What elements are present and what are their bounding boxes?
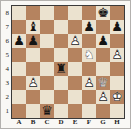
file-label-d: D: [54, 118, 68, 128]
white-piece-outline: ♙: [96, 90, 110, 104]
black-piece-glyph: ♟: [82, 20, 96, 34]
file-label-h: H: [110, 118, 124, 128]
square-d2[interactable]: [54, 90, 68, 104]
square-e2[interactable]: [68, 90, 82, 104]
piece-wP-f3[interactable]: ♟♙: [82, 76, 96, 90]
white-piece-outline: ♕: [96, 76, 110, 90]
white-piece-outline: ♘: [82, 48, 96, 62]
square-e6[interactable]: ♟♙: [68, 34, 82, 48]
square-d7[interactable]: [54, 20, 68, 34]
square-c3[interactable]: [40, 76, 54, 90]
piece-bR-d4[interactable]: ♜: [54, 62, 68, 76]
rank-label-1: 1: [1, 104, 9, 118]
square-d8[interactable]: [54, 6, 68, 20]
black-piece-glyph: ♚: [96, 6, 110, 20]
square-d1[interactable]: [54, 104, 68, 118]
file-labels: ABCDEFGH: [11, 118, 125, 128]
rank-label-5: 5: [1, 48, 9, 62]
rank-label-3: 3: [1, 76, 9, 90]
square-g5[interactable]: [96, 48, 110, 62]
square-f4[interactable]: [82, 62, 96, 76]
square-g6[interactable]: ♟: [96, 34, 110, 48]
square-e3[interactable]: [68, 76, 82, 90]
square-b5[interactable]: [26, 48, 40, 62]
square-h7[interactable]: ♟: [110, 20, 124, 34]
square-e7[interactable]: [68, 20, 82, 34]
square-a8[interactable]: [12, 6, 26, 20]
square-g1[interactable]: [96, 104, 110, 118]
file-label-e: E: [68, 118, 82, 128]
square-g8[interactable]: ♚: [96, 6, 110, 20]
square-b8[interactable]: [26, 6, 40, 20]
white-piece-outline: ♙: [68, 34, 82, 48]
chessboard: ♚♝♟♟♟♟♟♙♟♞♘♟♙♜♟♙♟♙♛♕♟♙♚♔♛: [11, 5, 125, 119]
square-e1[interactable]: [68, 104, 82, 118]
square-h3[interactable]: [110, 76, 124, 90]
file-label-c: C: [40, 118, 54, 128]
square-f5[interactable]: ♞♘: [82, 48, 96, 62]
piece-bP-g6[interactable]: ♟: [96, 34, 110, 48]
white-piece-outline: ♙: [110, 48, 124, 62]
square-e4[interactable]: [68, 62, 82, 76]
black-piece-glyph: ♛: [40, 104, 54, 118]
black-piece-glyph: ♟: [110, 20, 124, 34]
square-c5[interactable]: [40, 48, 54, 62]
square-e5[interactable]: [68, 48, 82, 62]
square-g2[interactable]: ♟♙: [96, 90, 110, 104]
black-piece-glyph: ♟: [26, 34, 40, 48]
rank-label-4: 4: [1, 62, 9, 76]
piece-wP-h5[interactable]: ♟♙: [110, 48, 124, 62]
square-f3[interactable]: ♟♙: [82, 76, 96, 90]
rank-label-6: 6: [1, 34, 9, 48]
square-g7[interactable]: [96, 20, 110, 34]
piece-bP-h7[interactable]: ♟: [110, 20, 124, 34]
piece-bB-b7[interactable]: ♝: [26, 20, 40, 34]
square-a2[interactable]: [12, 90, 26, 104]
piece-bQ-c1[interactable]: ♛: [40, 104, 54, 118]
square-h8[interactable]: [110, 6, 124, 20]
square-a4[interactable]: [12, 62, 26, 76]
square-b3[interactable]: ♟♙: [26, 76, 40, 90]
square-b2[interactable]: [26, 90, 40, 104]
black-piece-glyph: ♜: [54, 62, 68, 76]
rank-labels: 87654321: [1, 5, 10, 119]
black-piece-glyph: ♟: [12, 34, 26, 48]
square-h4[interactable]: [110, 62, 124, 76]
square-a7[interactable]: [12, 20, 26, 34]
file-label-a: A: [12, 118, 26, 128]
square-a5[interactable]: [12, 48, 26, 62]
black-piece-glyph: ♟: [96, 34, 110, 48]
square-c7[interactable]: [40, 20, 54, 34]
piece-wQ-g3[interactable]: ♛♕: [96, 76, 110, 90]
square-d5[interactable]: [54, 48, 68, 62]
square-f1[interactable]: [82, 104, 96, 118]
white-piece-outline: ♙: [82, 76, 96, 90]
piece-wP-g2[interactable]: ♟♙: [96, 90, 110, 104]
square-c8[interactable]: [40, 6, 54, 20]
square-e8[interactable]: [68, 6, 82, 20]
piece-wP-e6[interactable]: ♟♙: [68, 34, 82, 48]
piece-bP-a6[interactable]: ♟: [12, 34, 26, 48]
square-d4[interactable]: ♜: [54, 62, 68, 76]
file-label-b: B: [26, 118, 40, 128]
square-g3[interactable]: ♛♕: [96, 76, 110, 90]
square-h5[interactable]: ♟♙: [110, 48, 124, 62]
piece-bK-g8[interactable]: ♚: [96, 6, 110, 20]
file-label-f: F: [82, 118, 96, 128]
piece-wN-f5[interactable]: ♞♘: [82, 48, 96, 62]
piece-wK-h2[interactable]: ♚♔: [110, 90, 124, 104]
rank-label-2: 2: [1, 90, 9, 104]
square-d3[interactable]: [54, 76, 68, 90]
square-f8[interactable]: [82, 6, 96, 20]
square-a1[interactable]: [12, 104, 26, 118]
square-d6[interactable]: [54, 34, 68, 48]
chess-diagram: 87654321 ♚♝♟♟♟♟♟♙♟♞♘♟♙♜♟♙♟♙♛♕♟♙♚♔♛ ABCDE…: [0, 0, 131, 129]
square-c1[interactable]: ♛: [40, 104, 54, 118]
square-c6[interactable]: [40, 34, 54, 48]
square-f7[interactable]: ♟: [82, 20, 96, 34]
file-label-g: G: [96, 118, 110, 128]
black-piece-glyph: ♝: [26, 20, 40, 34]
square-f2[interactable]: [82, 90, 96, 104]
square-h6[interactable]: [110, 34, 124, 48]
square-b6[interactable]: ♟: [26, 34, 40, 48]
rank-label-7: 7: [1, 20, 9, 34]
square-b1[interactable]: [26, 104, 40, 118]
square-g4[interactable]: [96, 62, 110, 76]
square-h2[interactable]: ♚♔: [110, 90, 124, 104]
square-c4[interactable]: [40, 62, 54, 76]
square-c2[interactable]: [40, 90, 54, 104]
piece-bP-f7[interactable]: ♟: [82, 20, 96, 34]
square-h1[interactable]: [110, 104, 124, 118]
square-f6[interactable]: [82, 34, 96, 48]
square-a6[interactable]: ♟: [12, 34, 26, 48]
piece-bP-b6[interactable]: ♟: [26, 34, 40, 48]
square-a3[interactable]: [12, 76, 26, 90]
square-b4[interactable]: [26, 62, 40, 76]
white-piece-outline: ♙: [26, 76, 40, 90]
white-piece-outline: ♔: [110, 90, 124, 104]
square-b7[interactable]: ♝: [26, 20, 40, 34]
piece-wP-b3[interactable]: ♟♙: [26, 76, 40, 90]
rank-label-8: 8: [1, 6, 9, 20]
